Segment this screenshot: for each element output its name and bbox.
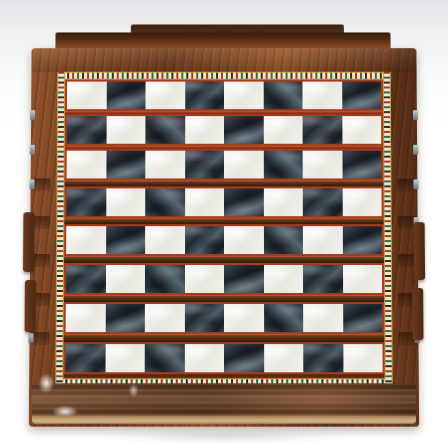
slat-gap [64, 295, 384, 302]
board-slat-rank-7 [65, 114, 384, 146]
frame-top-face [31, 48, 416, 72]
square-c3[interactable] [145, 265, 185, 293]
square-f2[interactable] [264, 304, 304, 332]
hinge-pin-icon [413, 179, 418, 189]
inlay-panel [55, 72, 392, 387]
hinge-pin-icon [413, 110, 418, 120]
square-d7[interactable] [185, 116, 224, 144]
board-slat-rank-8 [65, 80, 383, 112]
square-d8[interactable] [185, 82, 224, 110]
front-apron [32, 383, 416, 423]
slat-end-step [25, 280, 36, 332]
square-a8[interactable] [67, 82, 106, 110]
square-f8[interactable] [263, 82, 302, 110]
square-c1[interactable] [145, 344, 185, 372]
square-c6[interactable] [145, 151, 184, 179]
wear-scuff [38, 373, 54, 393]
square-d1[interactable] [184, 344, 224, 372]
square-b4[interactable] [106, 226, 146, 254]
square-e1[interactable] [224, 344, 264, 372]
square-b7[interactable] [106, 116, 145, 144]
board-slat-rank-2 [64, 302, 385, 334]
square-c5[interactable] [145, 188, 184, 216]
board-slat-rank-5 [64, 186, 383, 218]
square-c7[interactable] [145, 116, 184, 144]
square-a7[interactable] [67, 116, 106, 144]
square-d2[interactable] [184, 304, 224, 332]
square-b2[interactable] [105, 304, 145, 332]
wear-scuff [129, 383, 139, 397]
square-f3[interactable] [263, 265, 303, 293]
square-b1[interactable] [105, 344, 145, 372]
square-h5[interactable] [342, 188, 382, 216]
hinge-pin-icon [413, 145, 418, 155]
square-b6[interactable] [106, 151, 145, 179]
square-c2[interactable] [145, 304, 185, 332]
square-d3[interactable] [184, 265, 224, 293]
square-g2[interactable] [303, 304, 343, 332]
square-c4[interactable] [145, 226, 185, 254]
square-a3[interactable] [66, 265, 106, 293]
apron-bevel [32, 416, 416, 424]
mosaic-border-top [57, 72, 391, 80]
square-a1[interactable] [65, 344, 105, 372]
slat-end-step [412, 288, 423, 340]
square-a6[interactable] [67, 151, 106, 179]
square-c8[interactable] [145, 82, 184, 110]
square-d6[interactable] [185, 151, 224, 179]
slat-end-step [414, 222, 425, 280]
slat-end-notch [32, 216, 50, 229]
square-g8[interactable] [302, 82, 341, 110]
board-slat-rank-4 [64, 224, 384, 256]
square-e4[interactable] [224, 226, 263, 254]
square-g7[interactable] [303, 116, 342, 144]
square-h8[interactable] [342, 82, 381, 110]
square-e5[interactable] [224, 188, 263, 216]
square-g3[interactable] [303, 265, 343, 293]
slat-gap [64, 334, 385, 342]
square-h7[interactable] [342, 116, 381, 144]
square-e3[interactable] [224, 265, 264, 293]
slat-end-notch [33, 178, 51, 191]
square-g1[interactable] [303, 344, 343, 372]
square-h6[interactable] [342, 151, 381, 179]
slat-end-notch [32, 254, 50, 267]
square-d5[interactable] [185, 188, 224, 216]
square-f7[interactable] [263, 116, 302, 144]
square-e6[interactable] [224, 151, 263, 179]
square-a2[interactable] [66, 304, 106, 332]
square-b8[interactable] [106, 82, 145, 110]
hinge-pin-icon [30, 145, 35, 155]
board-slat-rank-3 [64, 263, 384, 295]
square-f6[interactable] [263, 151, 302, 179]
square-g5[interactable] [303, 188, 343, 216]
play-area [63, 80, 384, 379]
square-e7[interactable] [224, 116, 263, 144]
square-f5[interactable] [263, 188, 302, 216]
square-h2[interactable] [343, 304, 383, 332]
photo-scene [0, 0, 448, 448]
hinge-pin-icon [28, 333, 33, 343]
slat-end-notch [31, 332, 49, 345]
slat-gap [64, 256, 384, 263]
chess-board [29, 25, 419, 437]
square-b5[interactable] [106, 188, 146, 216]
square-h4[interactable] [342, 226, 382, 254]
drop-shadow [62, 430, 386, 442]
slat-end-step [23, 212, 34, 272]
square-a5[interactable] [66, 188, 106, 216]
square-f4[interactable] [263, 226, 303, 254]
hinge-pin-icon [30, 110, 35, 120]
square-e8[interactable] [224, 82, 263, 110]
square-f1[interactable] [264, 344, 304, 372]
square-g4[interactable] [303, 226, 343, 254]
square-g6[interactable] [303, 151, 342, 179]
square-h1[interactable] [343, 344, 383, 372]
square-h3[interactable] [342, 265, 382, 293]
hinge-pin-icon [30, 179, 35, 189]
square-e2[interactable] [224, 304, 264, 332]
square-b3[interactable] [105, 265, 145, 293]
board-slat-rank-6 [65, 149, 384, 181]
square-a4[interactable] [66, 226, 106, 254]
board-slat-rank-1 [63, 342, 384, 374]
wood-frame [29, 48, 419, 427]
square-d4[interactable] [185, 226, 224, 254]
